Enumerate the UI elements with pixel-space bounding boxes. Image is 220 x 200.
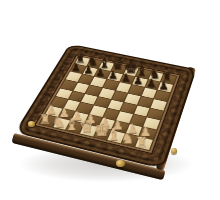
square-c4 bbox=[81, 94, 97, 105]
piece-black-pawn: ♟ bbox=[94, 67, 106, 78]
product-photo-scene: ♜♞♝♛♚♝♞♜♟♟♟♟♟♟♟♟♟♟♟♟♟♟♟♟♜♞♝♛♚♝♞♜ bbox=[0, 0, 220, 200]
piece-white-king: ♚ bbox=[93, 121, 107, 139]
piece-white-rook: ♜ bbox=[39, 113, 52, 126]
piece-black-pawn: ♟ bbox=[82, 65, 94, 76]
piece-white-knight: ♞ bbox=[121, 131, 135, 146]
piece-white-rook: ♜ bbox=[135, 135, 149, 149]
piece-white-bishop: ♝ bbox=[107, 127, 121, 143]
piece-white-bishop: ♝ bbox=[66, 117, 79, 132]
brass-foot-icon bbox=[171, 148, 177, 154]
square-h6 bbox=[155, 91, 170, 102]
square-h1: ♜ bbox=[136, 137, 153, 150]
piece-black-pawn: ♟ bbox=[70, 62, 82, 73]
piece-black-pawn: ♟ bbox=[107, 70, 119, 81]
brass-hinge-icon bbox=[28, 121, 35, 127]
piece-white-queen: ♛ bbox=[79, 119, 93, 136]
brass-latch-icon bbox=[116, 160, 125, 167]
piece-black-pawn: ♟ bbox=[158, 80, 170, 91]
chess-grid: ♜♞♝♛♚♝♞♜♟♟♟♟♟♟♟♟♟♟♟♟♟♟♟♟♜♞♝♛♚♝♞♜ bbox=[38, 56, 177, 151]
piece-white-knight: ♞ bbox=[52, 115, 65, 129]
square-h4 bbox=[147, 108, 163, 119]
piece-black-pawn: ♟ bbox=[119, 72, 131, 83]
square-h7: ♟ bbox=[158, 82, 173, 92]
square-b5 bbox=[73, 83, 89, 93]
piece-black-pawn: ♟ bbox=[145, 78, 157, 89]
piece-black-pawn: ♟ bbox=[132, 75, 144, 86]
playing-field-rim: ♜♞♝♛♚♝♞♜♟♟♟♟♟♟♟♟♟♟♟♟♟♟♟♟♜♞♝♛♚♝♞♜ bbox=[36, 54, 180, 153]
square-b4 bbox=[69, 91, 85, 102]
